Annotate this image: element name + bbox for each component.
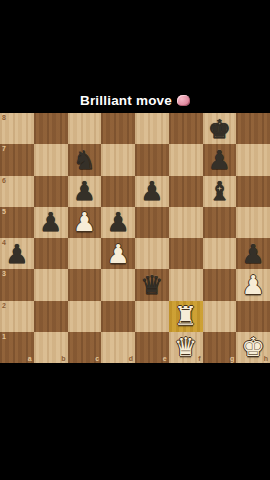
square-c2[interactable] xyxy=(68,301,102,332)
file-label-d: d xyxy=(129,355,133,362)
white-pawn-h3[interactable]: ♟ xyxy=(236,269,270,300)
black-pawn-d5[interactable]: ♟ xyxy=(101,207,135,238)
square-h2[interactable] xyxy=(236,301,270,332)
square-b1[interactable]: b xyxy=(34,332,68,363)
square-d1[interactable]: d xyxy=(101,332,135,363)
square-e6[interactable]: ♟ xyxy=(135,176,169,207)
square-h3[interactable]: ♟ xyxy=(236,269,270,300)
square-f3[interactable] xyxy=(169,269,203,300)
square-e8[interactable] xyxy=(135,113,169,144)
white-pawn-c5[interactable]: ♟ xyxy=(68,207,102,238)
black-queen-e3[interactable]: ♛ xyxy=(135,269,169,300)
square-g1[interactable]: g xyxy=(203,332,237,363)
square-h1[interactable]: h♚ xyxy=(236,332,270,363)
square-h6[interactable] xyxy=(236,176,270,207)
rank-label-5: 5 xyxy=(2,208,6,215)
square-f1[interactable]: f♛ xyxy=(169,332,203,363)
square-e4[interactable] xyxy=(135,238,169,269)
square-d8[interactable] xyxy=(101,113,135,144)
square-g7[interactable]: ♟ xyxy=(203,144,237,175)
square-c4[interactable] xyxy=(68,238,102,269)
rank-label-1: 1 xyxy=(2,333,6,340)
square-c7[interactable]: ♞ xyxy=(68,144,102,175)
square-d3[interactable] xyxy=(101,269,135,300)
caption-text: Brilliant move xyxy=(80,93,172,108)
black-king-g8[interactable]: ♚ xyxy=(203,113,237,144)
rank-label-6: 6 xyxy=(2,177,6,184)
video-frame: Brilliant move 8♚7♞♟6♟♟♝5♟♟♟4♟♟♟3♛♟2♜1ab… xyxy=(0,0,270,480)
black-pawn-c6[interactable]: ♟ xyxy=(68,176,102,207)
square-c6[interactable]: ♟ xyxy=(68,176,102,207)
rank-label-2: 2 xyxy=(2,302,6,309)
black-pawn-g7[interactable]: ♟ xyxy=(203,144,237,175)
square-d6[interactable] xyxy=(101,176,135,207)
white-pawn-d4[interactable]: ♟ xyxy=(101,238,135,269)
rank-label-3: 3 xyxy=(2,270,6,277)
file-label-a: a xyxy=(28,355,32,362)
white-queen-f1[interactable]: ♛ xyxy=(169,332,203,363)
square-h4[interactable]: ♟ xyxy=(236,238,270,269)
square-d5[interactable]: ♟ xyxy=(101,207,135,238)
chess-board[interactable]: 8♚7♞♟6♟♟♝5♟♟♟4♟♟♟3♛♟2♜1abcdef♛gh♚ xyxy=(0,113,270,363)
square-g4[interactable] xyxy=(203,238,237,269)
square-g8[interactable]: ♚ xyxy=(203,113,237,144)
square-d7[interactable] xyxy=(101,144,135,175)
black-knight-c7[interactable]: ♞ xyxy=(68,144,102,175)
black-pawn-a4[interactable]: ♟ xyxy=(0,238,34,269)
rank-label-7: 7 xyxy=(2,145,6,152)
brain-emoji xyxy=(177,95,190,106)
square-b3[interactable] xyxy=(34,269,68,300)
square-d4[interactable]: ♟ xyxy=(101,238,135,269)
square-e5[interactable] xyxy=(135,207,169,238)
square-a6[interactable]: 6 xyxy=(0,176,34,207)
file-label-c: c xyxy=(95,355,99,362)
square-f7[interactable] xyxy=(169,144,203,175)
square-c1[interactable]: c xyxy=(68,332,102,363)
square-a5[interactable]: 5 xyxy=(0,207,34,238)
square-f5[interactable] xyxy=(169,207,203,238)
caption: Brilliant move xyxy=(0,91,270,109)
black-pawn-e6[interactable]: ♟ xyxy=(135,176,169,207)
square-c8[interactable] xyxy=(68,113,102,144)
square-b5[interactable]: ♟ xyxy=(34,207,68,238)
square-f4[interactable] xyxy=(169,238,203,269)
square-h7[interactable] xyxy=(236,144,270,175)
square-c3[interactable] xyxy=(68,269,102,300)
square-d2[interactable] xyxy=(101,301,135,332)
square-g3[interactable] xyxy=(203,269,237,300)
square-e3[interactable]: ♛ xyxy=(135,269,169,300)
square-g2[interactable] xyxy=(203,301,237,332)
square-b8[interactable] xyxy=(34,113,68,144)
white-rook-f2[interactable]: ♜ xyxy=(169,301,203,332)
rank-label-8: 8 xyxy=(2,114,6,121)
square-e2[interactable] xyxy=(135,301,169,332)
black-bishop-g6[interactable]: ♝ xyxy=(203,176,237,207)
square-a4[interactable]: 4♟ xyxy=(0,238,34,269)
square-f2[interactable]: ♜ xyxy=(169,301,203,332)
square-g6[interactable]: ♝ xyxy=(203,176,237,207)
square-g5[interactable] xyxy=(203,207,237,238)
square-h8[interactable] xyxy=(236,113,270,144)
square-a8[interactable]: 8 xyxy=(0,113,34,144)
square-a1[interactable]: 1a xyxy=(0,332,34,363)
square-h5[interactable] xyxy=(236,207,270,238)
square-f8[interactable] xyxy=(169,113,203,144)
square-e1[interactable]: e xyxy=(135,332,169,363)
square-b6[interactable] xyxy=(34,176,68,207)
square-c5[interactable]: ♟ xyxy=(68,207,102,238)
square-a7[interactable]: 7 xyxy=(0,144,34,175)
file-label-e: e xyxy=(163,355,167,362)
square-e7[interactable] xyxy=(135,144,169,175)
white-king-h1[interactable]: ♚ xyxy=(236,332,270,363)
file-label-b: b xyxy=(61,355,65,362)
square-a3[interactable]: 3 xyxy=(0,269,34,300)
square-b2[interactable] xyxy=(34,301,68,332)
square-b4[interactable] xyxy=(34,238,68,269)
black-pawn-b5[interactable]: ♟ xyxy=(34,207,68,238)
square-a2[interactable]: 2 xyxy=(0,301,34,332)
black-pawn-h4[interactable]: ♟ xyxy=(236,238,270,269)
square-f6[interactable] xyxy=(169,176,203,207)
file-label-g: g xyxy=(230,355,234,362)
square-b7[interactable] xyxy=(34,144,68,175)
